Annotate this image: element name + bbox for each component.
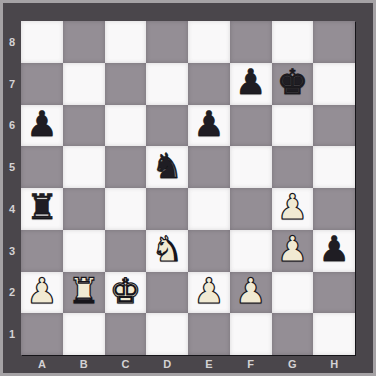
square-h6[interactable] — [313, 105, 355, 147]
square-a5[interactable] — [21, 146, 63, 188]
chess-board: ♟♚♟♟♞♜♟♞♟♟♟♜♚♟♟ — [21, 21, 355, 355]
file-label-h: H — [313, 355, 355, 373]
rank-label-8: 8 — [3, 21, 21, 63]
rank-label-1: 1 — [3, 313, 21, 355]
square-h1[interactable] — [313, 313, 355, 355]
file-label-d: D — [146, 355, 188, 373]
square-e6[interactable]: ♟ — [188, 105, 230, 147]
file-labels: ABCDEFGH — [21, 355, 355, 373]
square-f8[interactable] — [230, 21, 272, 63]
square-b6[interactable] — [63, 105, 105, 147]
square-c3[interactable] — [105, 230, 147, 272]
file-label-a: A — [21, 355, 63, 373]
square-b5[interactable] — [63, 146, 105, 188]
piece-white-pawn[interactable]: ♟ — [277, 190, 308, 225]
file-label-f: F — [230, 355, 272, 373]
square-f4[interactable] — [230, 188, 272, 230]
file-label-e: E — [188, 355, 230, 373]
square-e2[interactable]: ♟ — [188, 272, 230, 314]
square-g2[interactable] — [272, 272, 314, 314]
piece-black-pawn[interactable]: ♟ — [26, 107, 57, 142]
piece-white-pawn[interactable]: ♟ — [26, 274, 57, 309]
rank-label-7: 7 — [3, 63, 21, 105]
square-c2[interactable]: ♚ — [105, 272, 147, 314]
piece-white-pawn[interactable]: ♟ — [235, 274, 266, 309]
square-a8[interactable] — [21, 21, 63, 63]
square-c7[interactable] — [105, 63, 147, 105]
square-e8[interactable] — [188, 21, 230, 63]
rank-labels: 87654321 — [3, 21, 21, 355]
square-d6[interactable] — [146, 105, 188, 147]
square-f1[interactable] — [230, 313, 272, 355]
square-g3[interactable]: ♟ — [272, 230, 314, 272]
square-d2[interactable] — [146, 272, 188, 314]
rank-label-4: 4 — [3, 188, 21, 230]
piece-black-pawn[interactable]: ♟ — [318, 232, 349, 267]
file-label-b: B — [63, 355, 105, 373]
piece-white-pawn[interactable]: ♟ — [193, 274, 224, 309]
square-h7[interactable] — [313, 63, 355, 105]
rank-label-6: 6 — [3, 105, 21, 147]
piece-white-king[interactable]: ♚ — [110, 274, 141, 309]
square-c5[interactable] — [105, 146, 147, 188]
square-b2[interactable]: ♜ — [63, 272, 105, 314]
square-b1[interactable] — [63, 313, 105, 355]
square-a6[interactable]: ♟ — [21, 105, 63, 147]
square-d3[interactable]: ♞ — [146, 230, 188, 272]
rank-label-2: 2 — [3, 272, 21, 314]
square-e4[interactable] — [188, 188, 230, 230]
square-d1[interactable] — [146, 313, 188, 355]
square-d7[interactable] — [146, 63, 188, 105]
square-f3[interactable] — [230, 230, 272, 272]
square-f2[interactable]: ♟ — [230, 272, 272, 314]
square-b4[interactable] — [63, 188, 105, 230]
square-c6[interactable] — [105, 105, 147, 147]
square-a7[interactable] — [21, 63, 63, 105]
square-c4[interactable] — [105, 188, 147, 230]
square-e1[interactable] — [188, 313, 230, 355]
square-e7[interactable] — [188, 63, 230, 105]
rank-label-5: 5 — [3, 146, 21, 188]
square-h5[interactable] — [313, 146, 355, 188]
piece-black-rook[interactable]: ♜ — [26, 190, 57, 225]
square-e3[interactable] — [188, 230, 230, 272]
square-b7[interactable] — [63, 63, 105, 105]
piece-white-rook[interactable]: ♜ — [68, 274, 99, 309]
square-f5[interactable] — [230, 146, 272, 188]
piece-black-knight[interactable]: ♞ — [151, 149, 182, 184]
square-a3[interactable] — [21, 230, 63, 272]
piece-white-pawn[interactable]: ♟ — [277, 232, 308, 267]
chessboard-frame: 87654321 ABCDEFGH ♟♚♟♟♞♜♟♞♟♟♟♜♚♟♟ — [0, 0, 376, 376]
square-a1[interactable] — [21, 313, 63, 355]
square-g7[interactable]: ♚ — [272, 63, 314, 105]
file-label-c: C — [105, 355, 147, 373]
square-h2[interactable] — [313, 272, 355, 314]
square-c1[interactable] — [105, 313, 147, 355]
square-b3[interactable] — [63, 230, 105, 272]
rank-label-3: 3 — [3, 230, 21, 272]
piece-black-pawn[interactable]: ♟ — [235, 65, 266, 100]
square-d4[interactable] — [146, 188, 188, 230]
square-c8[interactable] — [105, 21, 147, 63]
square-a4[interactable]: ♜ — [21, 188, 63, 230]
piece-black-pawn[interactable]: ♟ — [193, 107, 224, 142]
file-label-g: G — [272, 355, 314, 373]
square-h4[interactable] — [313, 188, 355, 230]
square-a2[interactable]: ♟ — [21, 272, 63, 314]
square-d8[interactable] — [146, 21, 188, 63]
square-f6[interactable] — [230, 105, 272, 147]
piece-white-knight[interactable]: ♞ — [151, 232, 182, 267]
square-b8[interactable] — [63, 21, 105, 63]
piece-black-king[interactable]: ♚ — [277, 65, 308, 100]
square-g4[interactable]: ♟ — [272, 188, 314, 230]
square-g6[interactable] — [272, 105, 314, 147]
square-h3[interactable]: ♟ — [313, 230, 355, 272]
square-d5[interactable]: ♞ — [146, 146, 188, 188]
square-g1[interactable] — [272, 313, 314, 355]
square-e5[interactable] — [188, 146, 230, 188]
square-g8[interactable] — [272, 21, 314, 63]
square-g5[interactable] — [272, 146, 314, 188]
square-h8[interactable] — [313, 21, 355, 63]
square-f7[interactable]: ♟ — [230, 63, 272, 105]
